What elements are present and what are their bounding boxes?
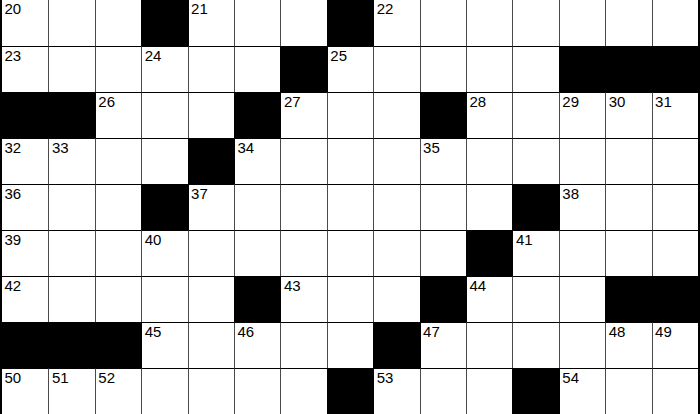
cell-r1c14[interactable] — [605, 0, 651, 46]
cell-r9c7[interactable] — [280, 368, 326, 414]
clue-number-53: 53 — [377, 370, 394, 385]
clue-number-39: 39 — [5, 232, 22, 247]
cell-r1c2[interactable] — [48, 0, 94, 46]
cell-r8c12[interactable] — [512, 322, 558, 368]
black-cell-r8c9 — [373, 322, 419, 368]
black-cell-r3c1 — [2, 92, 48, 138]
cell-r1c6[interactable] — [234, 0, 280, 46]
cell-r6c8[interactable] — [327, 230, 373, 276]
crossword-grid: 2021222324252627282930313233343536373839… — [0, 0, 700, 414]
cell-r9c13[interactable]: 54 — [559, 368, 605, 414]
cell-r5c1[interactable]: 36 — [2, 184, 48, 230]
cell-r5c10[interactable] — [420, 184, 466, 230]
cell-r7c7[interactable]: 43 — [280, 276, 326, 322]
black-cell-r8c3 — [95, 322, 141, 368]
black-cell-r7c15 — [652, 276, 698, 322]
cell-r5c14[interactable] — [605, 184, 651, 230]
black-cell-r7c14 — [605, 276, 651, 322]
clue-number-48: 48 — [609, 324, 626, 339]
cell-r4c9[interactable] — [373, 138, 419, 184]
cell-r1c12[interactable] — [512, 0, 558, 46]
cell-r5c2[interactable] — [48, 184, 94, 230]
cell-r8c5[interactable] — [188, 322, 234, 368]
cell-r1c1[interactable]: 20 — [2, 0, 48, 46]
cell-r8c13[interactable] — [559, 322, 605, 368]
clue-number-35: 35 — [423, 140, 440, 155]
clue-number-40: 40 — [145, 232, 162, 247]
clue-number-34: 34 — [238, 140, 255, 155]
cell-r7c9[interactable] — [373, 276, 419, 322]
cell-r6c1[interactable]: 39 — [2, 230, 48, 276]
cell-r1c11[interactable] — [466, 0, 512, 46]
black-cell-r3c2 — [48, 92, 94, 138]
cell-r9c4[interactable] — [141, 368, 187, 414]
black-cell-r7c10 — [420, 276, 466, 322]
cell-r1c5[interactable]: 21 — [188, 0, 234, 46]
clue-number-45: 45 — [145, 324, 162, 339]
cell-r3c11[interactable]: 28 — [466, 92, 512, 138]
cell-r9c2[interactable]: 51 — [48, 368, 94, 414]
cell-r6c2[interactable] — [48, 230, 94, 276]
clue-number-27: 27 — [284, 94, 301, 109]
cell-r7c4[interactable] — [141, 276, 187, 322]
black-cell-r2c13 — [559, 46, 605, 92]
cell-r7c5[interactable] — [188, 276, 234, 322]
cell-r6c10[interactable] — [420, 230, 466, 276]
cell-r1c15[interactable] — [652, 0, 698, 46]
clue-number-31: 31 — [655, 94, 672, 109]
cell-r5c15[interactable] — [652, 184, 698, 230]
cell-r7c2[interactable] — [48, 276, 94, 322]
cell-r4c13[interactable] — [559, 138, 605, 184]
black-cell-r8c2 — [48, 322, 94, 368]
clue-number-32: 32 — [5, 140, 22, 155]
cell-r6c5[interactable] — [188, 230, 234, 276]
cell-r8c8[interactable] — [327, 322, 373, 368]
cell-r6c3[interactable] — [95, 230, 141, 276]
cell-r1c10[interactable] — [420, 0, 466, 46]
clue-number-50: 50 — [5, 370, 22, 385]
clue-number-41: 41 — [516, 232, 533, 247]
cell-r7c13[interactable] — [559, 276, 605, 322]
clue-number-38: 38 — [562, 186, 579, 201]
black-cell-r2c7 — [280, 46, 326, 92]
cell-r7c11[interactable]: 44 — [466, 276, 512, 322]
cell-r4c15[interactable] — [652, 138, 698, 184]
cell-r1c9[interactable]: 22 — [373, 0, 419, 46]
cell-r8c11[interactable] — [466, 322, 512, 368]
cell-r6c12[interactable]: 41 — [512, 230, 558, 276]
black-cell-r4c5 — [188, 138, 234, 184]
cell-r2c8[interactable]: 25 — [327, 46, 373, 92]
cell-r2c12[interactable] — [512, 46, 558, 92]
cell-r1c3[interactable] — [95, 0, 141, 46]
cell-r4c14[interactable] — [605, 138, 651, 184]
cell-r4c2[interactable]: 33 — [48, 138, 94, 184]
cell-r8c10[interactable]: 47 — [420, 322, 466, 368]
clue-number-33: 33 — [52, 140, 69, 155]
cell-r8c4[interactable]: 45 — [141, 322, 187, 368]
cell-r6c9[interactable] — [373, 230, 419, 276]
cell-r4c11[interactable] — [466, 138, 512, 184]
cell-r9c1[interactable]: 50 — [2, 368, 48, 414]
cell-r3c13[interactable]: 29 — [559, 92, 605, 138]
cell-r9c3[interactable]: 52 — [95, 368, 141, 414]
clue-number-25: 25 — [330, 48, 347, 63]
clue-number-37: 37 — [191, 186, 208, 201]
cell-r4c1[interactable]: 32 — [2, 138, 48, 184]
cell-r6c6[interactable] — [234, 230, 280, 276]
cell-r9c5[interactable] — [188, 368, 234, 414]
cell-r2c3[interactable] — [95, 46, 141, 92]
cell-r3c9[interactable] — [373, 92, 419, 138]
cell-r3c5[interactable] — [188, 92, 234, 138]
cell-r4c7[interactable] — [280, 138, 326, 184]
clue-number-36: 36 — [5, 186, 22, 201]
cell-r7c1[interactable]: 42 — [2, 276, 48, 322]
cell-r3c8[interactable] — [327, 92, 373, 138]
cell-r2c11[interactable] — [466, 46, 512, 92]
cell-r6c14[interactable] — [605, 230, 651, 276]
black-cell-r1c4 — [141, 0, 187, 46]
clue-number-54: 54 — [562, 370, 579, 385]
cell-r2c9[interactable] — [373, 46, 419, 92]
black-cell-r2c15 — [652, 46, 698, 92]
clue-number-21: 21 — [191, 1, 208, 16]
cell-r3c12[interactable] — [512, 92, 558, 138]
cell-r5c11[interactable] — [466, 184, 512, 230]
cell-r4c12[interactable] — [512, 138, 558, 184]
black-cell-r1c8 — [327, 0, 373, 46]
cell-r3c15[interactable]: 31 — [652, 92, 698, 138]
black-cell-r5c4 — [141, 184, 187, 230]
cell-r2c6[interactable] — [234, 46, 280, 92]
clue-number-46: 46 — [238, 324, 255, 339]
clue-number-28: 28 — [470, 94, 487, 109]
cell-r4c8[interactable] — [327, 138, 373, 184]
clue-number-43: 43 — [284, 278, 301, 293]
cell-r7c8[interactable] — [327, 276, 373, 322]
cell-r5c9[interactable] — [373, 184, 419, 230]
cell-r9c14[interactable] — [605, 368, 651, 414]
cell-r3c4[interactable] — [141, 92, 187, 138]
black-cell-r8c1 — [2, 322, 48, 368]
cell-r5c13[interactable]: 38 — [559, 184, 605, 230]
cell-r9c9[interactable]: 53 — [373, 368, 419, 414]
cell-r4c6[interactable]: 34 — [234, 138, 280, 184]
clue-number-20: 20 — [5, 1, 22, 16]
cell-r2c5[interactable] — [188, 46, 234, 92]
cell-r3c3[interactable]: 26 — [95, 92, 141, 138]
cell-r6c7[interactable] — [280, 230, 326, 276]
clue-number-22: 22 — [377, 1, 394, 16]
clue-number-44: 44 — [470, 278, 487, 293]
cell-r2c4[interactable]: 24 — [141, 46, 187, 92]
cell-r4c3[interactable] — [95, 138, 141, 184]
cell-r3c7[interactable]: 27 — [280, 92, 326, 138]
clue-number-24: 24 — [145, 48, 162, 63]
cell-r4c10[interactable]: 35 — [420, 138, 466, 184]
clue-number-30: 30 — [609, 94, 626, 109]
cell-r1c13[interactable] — [559, 0, 605, 46]
cell-r1c7[interactable] — [280, 0, 326, 46]
cell-r8c15[interactable]: 49 — [652, 322, 698, 368]
clue-number-52: 52 — [98, 370, 115, 385]
cell-r7c3[interactable] — [95, 276, 141, 322]
black-cell-r2c14 — [605, 46, 651, 92]
cell-r8c7[interactable] — [280, 322, 326, 368]
cell-r7c12[interactable] — [512, 276, 558, 322]
clue-number-47: 47 — [423, 324, 440, 339]
cell-r9c11[interactable] — [466, 368, 512, 414]
black-cell-r9c12 — [512, 368, 558, 414]
cell-r8c14[interactable]: 48 — [605, 322, 651, 368]
cell-r3c14[interactable]: 30 — [605, 92, 651, 138]
cell-r6c4[interactable]: 40 — [141, 230, 187, 276]
black-cell-r3c10 — [420, 92, 466, 138]
black-cell-r6c11 — [466, 230, 512, 276]
cell-r5c7[interactable] — [280, 184, 326, 230]
black-cell-r9c8 — [327, 368, 373, 414]
cell-r5c8[interactable] — [327, 184, 373, 230]
cell-r9c15[interactable] — [652, 368, 698, 414]
cell-r5c5[interactable]: 37 — [188, 184, 234, 230]
cell-r5c6[interactable] — [234, 184, 280, 230]
clue-number-29: 29 — [562, 94, 579, 109]
cell-r5c3[interactable] — [95, 184, 141, 230]
cell-r8c6[interactable]: 46 — [234, 322, 280, 368]
black-cell-r3c6 — [234, 92, 280, 138]
clue-number-49: 49 — [655, 324, 672, 339]
black-cell-r7c6 — [234, 276, 280, 322]
cell-r4c4[interactable] — [141, 138, 187, 184]
clue-number-51: 51 — [52, 370, 69, 385]
cell-r9c6[interactable] — [234, 368, 280, 414]
cell-r6c13[interactable] — [559, 230, 605, 276]
clue-number-42: 42 — [5, 278, 22, 293]
cell-r9c10[interactable] — [420, 368, 466, 414]
cell-r6c15[interactable] — [652, 230, 698, 276]
clue-number-26: 26 — [98, 94, 115, 109]
cell-r2c1[interactable]: 23 — [2, 46, 48, 92]
clue-number-23: 23 — [5, 48, 22, 63]
cell-r2c2[interactable] — [48, 46, 94, 92]
black-cell-r5c12 — [512, 184, 558, 230]
cell-r2c10[interactable] — [420, 46, 466, 92]
